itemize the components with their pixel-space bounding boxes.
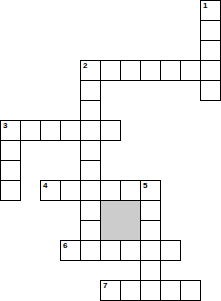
crossword-cell[interactable] (180, 280, 201, 301)
crossword-cell[interactable] (0, 160, 21, 181)
crossword-cell[interactable] (180, 60, 201, 81)
clue-number: 4 (43, 181, 47, 190)
crossword-cell[interactable]: 6 (60, 240, 81, 261)
crossword-cell[interactable]: 7 (100, 280, 121, 301)
crossword-cell[interactable] (60, 120, 81, 141)
crossword-cell[interactable] (80, 120, 101, 141)
crossword-cell[interactable] (120, 180, 141, 201)
crossword-cell[interactable] (80, 180, 101, 201)
crossword-cell[interactable]: 2 (80, 60, 101, 81)
crossword-cell[interactable]: 3 (0, 120, 21, 141)
crossword-cell[interactable] (60, 180, 81, 201)
gray-block (100, 200, 141, 241)
crossword-cell[interactable] (200, 80, 221, 101)
crossword-cell[interactable]: 4 (40, 180, 61, 201)
crossword-cell[interactable] (120, 240, 141, 261)
crossword-cell[interactable] (80, 140, 101, 161)
crossword-cell[interactable] (40, 120, 61, 141)
crossword-cell[interactable]: 5 (140, 180, 161, 201)
crossword-cell[interactable] (0, 140, 21, 161)
crossword-cell[interactable] (160, 240, 181, 261)
clue-number: 1 (203, 1, 207, 10)
crossword-cell[interactable] (80, 80, 101, 101)
crossword-cell[interactable] (80, 200, 101, 221)
crossword-cell[interactable] (80, 100, 101, 121)
crossword-cell[interactable] (100, 180, 121, 201)
crossword-cell[interactable] (140, 260, 161, 281)
crossword-cell[interactable] (140, 220, 161, 241)
crossword-board: 1234567 (0, 0, 221, 301)
crossword-cell[interactable] (0, 180, 21, 201)
crossword-cell[interactable] (80, 240, 101, 261)
crossword-cell[interactable] (140, 200, 161, 221)
clue-number: 6 (63, 241, 67, 250)
clue-number: 5 (143, 181, 147, 190)
crossword-cell[interactable] (120, 60, 141, 81)
clue-number: 7 (103, 281, 107, 290)
crossword-cell[interactable] (100, 120, 121, 141)
crossword-cell[interactable] (100, 60, 121, 81)
crossword-cell[interactable] (20, 120, 41, 141)
clue-number: 3 (3, 121, 7, 130)
crossword-cell[interactable] (140, 240, 161, 261)
crossword-cell[interactable] (160, 280, 181, 301)
clue-number: 2 (83, 61, 87, 70)
crossword-cell[interactable] (120, 280, 141, 301)
crossword-cell[interactable] (80, 160, 101, 181)
crossword-cell[interactable] (100, 240, 121, 261)
crossword-cell[interactable] (200, 60, 221, 81)
crossword-cell[interactable] (140, 60, 161, 81)
crossword-cell[interactable] (140, 280, 161, 301)
crossword-cell[interactable] (80, 220, 101, 241)
crossword-cell[interactable]: 1 (200, 0, 221, 21)
crossword-cell[interactable] (160, 60, 181, 81)
crossword-cell[interactable] (200, 20, 221, 41)
crossword-cell[interactable] (200, 40, 221, 61)
